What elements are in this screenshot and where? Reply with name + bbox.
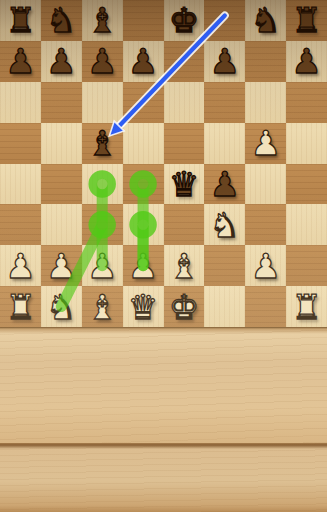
square-h6[interactable] xyxy=(286,82,327,123)
piece-white-rook[interactable]: ♜ xyxy=(291,287,321,327)
square-b5[interactable] xyxy=(41,123,82,164)
square-g1[interactable] xyxy=(245,286,286,327)
square-e2[interactable]: ♝ xyxy=(164,245,205,286)
square-f6[interactable] xyxy=(204,82,245,123)
piece-black-pawn[interactable]: ♟ xyxy=(210,41,240,81)
square-b4[interactable] xyxy=(41,164,82,205)
square-h4[interactable] xyxy=(286,164,327,205)
square-c2[interactable]: ♟ xyxy=(82,245,123,286)
square-c4[interactable] xyxy=(82,164,123,205)
square-c8[interactable]: ♝ xyxy=(82,0,123,41)
piece-black-bishop[interactable]: ♝ xyxy=(87,123,117,163)
square-h3[interactable] xyxy=(286,204,327,245)
square-f7[interactable]: ♟ xyxy=(204,41,245,82)
square-a4[interactable] xyxy=(0,164,41,205)
square-c3[interactable] xyxy=(82,204,123,245)
square-f2[interactable] xyxy=(204,245,245,286)
square-a1[interactable]: ♜ xyxy=(0,286,41,327)
piece-white-king[interactable]: ♚ xyxy=(169,287,199,327)
square-g3[interactable] xyxy=(245,204,286,245)
piece-black-rook[interactable]: ♜ xyxy=(291,0,321,40)
square-b7[interactable]: ♟ xyxy=(41,41,82,82)
square-c6[interactable] xyxy=(82,82,123,123)
square-h8[interactable]: ♜ xyxy=(286,0,327,41)
square-g7[interactable] xyxy=(245,41,286,82)
chess-board[interactable]: ♜♞♝♚♞♜♟♟♟♟♟♟♝♟♛♟♞♟♟♟♟♝♟♜♞♝♛♚♜ xyxy=(0,0,327,327)
piece-white-bishop[interactable]: ♝ xyxy=(87,287,117,327)
bottom-toolbar: Threats Details Suggestions xyxy=(0,443,327,512)
piece-white-pawn[interactable]: ♟ xyxy=(128,246,158,286)
square-f5[interactable] xyxy=(204,123,245,164)
square-h7[interactable]: ♟ xyxy=(286,41,327,82)
piece-white-queen[interactable]: ♛ xyxy=(128,287,158,327)
square-g5[interactable]: ♟ xyxy=(245,123,286,164)
square-e5[interactable] xyxy=(164,123,205,164)
square-a3[interactable] xyxy=(0,204,41,245)
piece-black-pawn[interactable]: ♟ xyxy=(46,41,76,81)
square-h1[interactable]: ♜ xyxy=(286,286,327,327)
square-e8[interactable]: ♚ xyxy=(164,0,205,41)
square-d5[interactable] xyxy=(123,123,164,164)
square-f8[interactable] xyxy=(204,0,245,41)
square-e1[interactable]: ♚ xyxy=(164,286,205,327)
square-b8[interactable]: ♞ xyxy=(41,0,82,41)
piece-black-pawn[interactable]: ♟ xyxy=(291,41,321,81)
piece-black-pawn[interactable]: ♟ xyxy=(128,41,158,81)
piece-black-knight[interactable]: ♞ xyxy=(250,0,280,40)
piece-white-pawn[interactable]: ♟ xyxy=(250,246,280,286)
square-b1[interactable]: ♞ xyxy=(41,286,82,327)
square-h2[interactable] xyxy=(286,245,327,286)
piece-white-pawn[interactable]: ♟ xyxy=(250,123,280,163)
square-d8[interactable] xyxy=(123,0,164,41)
square-a2[interactable]: ♟ xyxy=(0,245,41,286)
square-b6[interactable] xyxy=(41,82,82,123)
square-e6[interactable] xyxy=(164,82,205,123)
piece-white-knight[interactable]: ♞ xyxy=(46,287,76,327)
status-bar: White 00:32 Sean Black 00:24 Trainer xyxy=(0,327,327,443)
piece-black-pawn[interactable]: ♟ xyxy=(87,41,117,81)
square-g6[interactable] xyxy=(245,82,286,123)
square-d7[interactable]: ♟ xyxy=(123,41,164,82)
square-b2[interactable]: ♟ xyxy=(41,245,82,286)
square-d3[interactable] xyxy=(123,204,164,245)
chess-app-screen: ♜♞♝♚♞♜♟♟♟♟♟♟♝♟♛♟♞♟♟♟♟♝♟♜♞♝♛♚♜ White 00:3… xyxy=(0,0,327,512)
square-g8[interactable]: ♞ xyxy=(245,0,286,41)
piece-black-queen[interactable]: ♛ xyxy=(169,164,199,204)
square-c5[interactable]: ♝ xyxy=(82,123,123,164)
square-e3[interactable] xyxy=(164,204,205,245)
square-c7[interactable]: ♟ xyxy=(82,41,123,82)
square-f3[interactable]: ♞ xyxy=(204,204,245,245)
square-d4[interactable] xyxy=(123,164,164,205)
square-d6[interactable] xyxy=(123,82,164,123)
square-a8[interactable]: ♜ xyxy=(0,0,41,41)
square-d2[interactable]: ♟ xyxy=(123,245,164,286)
square-c1[interactable]: ♝ xyxy=(82,286,123,327)
square-g2[interactable]: ♟ xyxy=(245,245,286,286)
square-e4[interactable]: ♛ xyxy=(164,164,205,205)
piece-black-pawn[interactable]: ♟ xyxy=(5,41,35,81)
square-a7[interactable]: ♟ xyxy=(0,41,41,82)
square-d1[interactable]: ♛ xyxy=(123,286,164,327)
piece-white-pawn[interactable]: ♟ xyxy=(5,246,35,286)
piece-white-knight[interactable]: ♞ xyxy=(210,205,240,245)
piece-black-rook[interactable]: ♜ xyxy=(5,0,35,40)
piece-black-pawn[interactable]: ♟ xyxy=(210,164,240,204)
square-g4[interactable] xyxy=(245,164,286,205)
square-a6[interactable] xyxy=(0,82,41,123)
piece-white-rook[interactable]: ♜ xyxy=(5,287,35,327)
square-f1[interactable] xyxy=(204,286,245,327)
piece-black-bishop[interactable]: ♝ xyxy=(87,0,117,40)
piece-white-pawn[interactable]: ♟ xyxy=(46,246,76,286)
square-b3[interactable] xyxy=(41,204,82,245)
piece-black-knight[interactable]: ♞ xyxy=(46,0,76,40)
piece-black-king[interactable]: ♚ xyxy=(169,0,199,40)
piece-white-pawn[interactable]: ♟ xyxy=(87,246,117,286)
square-e7[interactable] xyxy=(164,41,205,82)
square-h5[interactable] xyxy=(286,123,327,164)
square-a5[interactable] xyxy=(0,123,41,164)
square-f4[interactable]: ♟ xyxy=(204,164,245,205)
piece-white-bishop[interactable]: ♝ xyxy=(169,246,199,286)
